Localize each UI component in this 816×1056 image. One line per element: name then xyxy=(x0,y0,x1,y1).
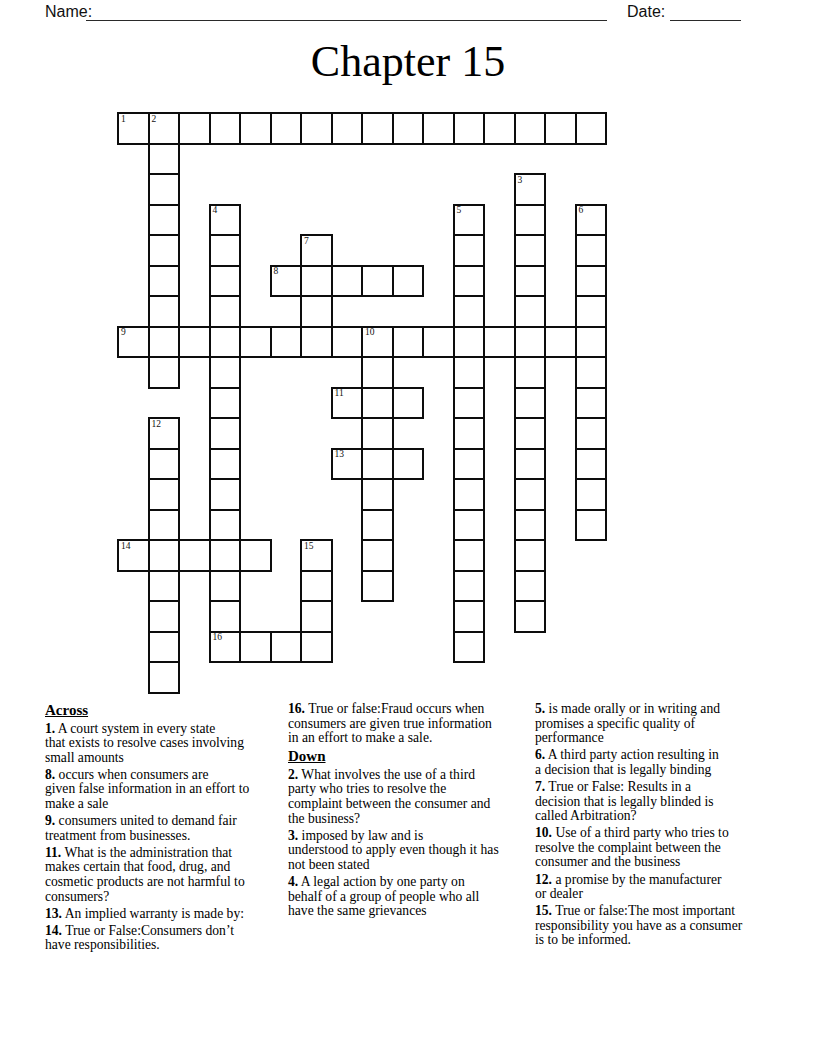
grid-cell-r15c11[interactable] xyxy=(453,570,486,603)
crossword-grid: 12345678910111213141516 xyxy=(117,112,606,692)
grid-cell-r9c13[interactable] xyxy=(514,387,547,420)
grid-cell-r10c11[interactable] xyxy=(453,417,486,450)
grid-cell-r0c9[interactable] xyxy=(392,112,425,145)
clue-number: 15. xyxy=(535,903,552,918)
grid-cell-r7c0[interactable]: 9 xyxy=(117,326,150,359)
grid-cell-r0c12[interactable] xyxy=(483,112,516,145)
clue-down-12: 12. a promise by the manufacturer or dea… xyxy=(535,873,787,902)
grid-cell-r3c13[interactable] xyxy=(514,204,547,237)
grid-cell-r2c1[interactable] xyxy=(148,173,181,206)
name-input-line[interactable] xyxy=(86,2,607,21)
grid-cell-r8c11[interactable] xyxy=(453,356,486,389)
clue-text: What is the administration that makes ce… xyxy=(45,845,245,904)
clue-text: Use of a third party who tries to resolv… xyxy=(535,825,729,869)
cell-number-3: 3 xyxy=(518,175,523,186)
grid-cell-r8c8[interactable] xyxy=(361,356,394,389)
grid-cell-r5c3[interactable] xyxy=(209,265,242,298)
grid-cell-r0c15[interactable] xyxy=(575,112,608,145)
grid-cell-r6c15[interactable] xyxy=(575,295,608,328)
grid-cell-r6c1[interactable] xyxy=(148,295,181,328)
date-input-line[interactable] xyxy=(670,2,741,21)
grid-cell-r15c13[interactable] xyxy=(514,570,547,603)
grid-cell-r13c1[interactable] xyxy=(148,509,181,542)
grid-cell-r17c1[interactable] xyxy=(148,631,181,664)
grid-cell-r5c5[interactable]: 8 xyxy=(270,265,303,298)
worksheet-page: Name: Date: Chapter 15 12345678910111213… xyxy=(0,0,816,1056)
grid-cell-r5c1[interactable] xyxy=(148,265,181,298)
grid-cell-r14c0[interactable]: 14 xyxy=(117,539,150,572)
grid-cell-r12c13[interactable] xyxy=(514,478,547,511)
clue-heading-across: Across xyxy=(45,702,297,718)
grid-cell-r10c15[interactable] xyxy=(575,417,608,450)
clue-number: 1. xyxy=(45,721,55,736)
grid-cell-r7c5[interactable] xyxy=(270,326,303,359)
grid-cell-r0c6[interactable] xyxy=(300,112,333,145)
grid-cell-r4c13[interactable] xyxy=(514,234,547,267)
clue-down-6: 6. A third party action resulting in a d… xyxy=(535,748,787,777)
grid-cell-r0c4[interactable] xyxy=(239,112,272,145)
grid-cell-r16c3[interactable] xyxy=(209,600,242,633)
grid-cell-r8c1[interactable] xyxy=(148,356,181,389)
clue-number: 6. xyxy=(535,747,545,762)
clue-text: A legal action by one party on behalf of… xyxy=(288,874,479,918)
grid-cell-r9c7[interactable]: 11 xyxy=(331,387,364,420)
grid-cell-r9c3[interactable] xyxy=(209,387,242,420)
grid-cell-r7c4[interactable] xyxy=(239,326,272,359)
clue-number: 7. xyxy=(535,779,545,794)
grid-cell-r7c12[interactable] xyxy=(483,326,516,359)
cell-number-11: 11 xyxy=(335,388,344,399)
cell-number-7: 7 xyxy=(304,236,309,247)
grid-cell-r5c9[interactable] xyxy=(392,265,425,298)
grid-cell-r16c1[interactable] xyxy=(148,600,181,633)
grid-cell-r4c6[interactable]: 7 xyxy=(300,234,333,267)
clue-across-13: 13. An implied warranty is made by: xyxy=(45,907,297,922)
grid-cell-r14c2[interactable] xyxy=(178,539,211,572)
grid-cell-r0c2[interactable] xyxy=(178,112,211,145)
clue-across-11: 11. What is the administration that make… xyxy=(45,846,297,904)
clue-number: 9. xyxy=(45,813,55,828)
grid-cell-r0c8[interactable] xyxy=(361,112,394,145)
clue-number: 8. xyxy=(45,767,55,782)
cell-number-8: 8 xyxy=(274,266,279,277)
cell-number-4: 4 xyxy=(213,205,218,216)
grid-cell-r0c10[interactable] xyxy=(422,112,455,145)
clue-across-1: 1. A court system in every state that ex… xyxy=(45,722,297,766)
grid-cell-r17c3[interactable]: 16 xyxy=(209,631,242,664)
grid-cell-r12c11[interactable] xyxy=(453,478,486,511)
grid-cell-r9c11[interactable] xyxy=(453,387,486,420)
grid-cell-r9c8[interactable] xyxy=(361,387,394,420)
grid-cell-r2c13[interactable]: 3 xyxy=(514,173,547,206)
clue-down-3: 3. imposed by law and is understood to a… xyxy=(288,829,540,873)
clue-down-2: 2. What involves the use of a third part… xyxy=(288,768,540,826)
grid-cell-r11c13[interactable] xyxy=(514,448,547,481)
grid-cell-r14c4[interactable] xyxy=(239,539,272,572)
clue-text: occurs when consumers are given false in… xyxy=(45,767,249,811)
clue-text: imposed by law and is understood to appl… xyxy=(288,828,499,872)
grid-cell-r6c13[interactable] xyxy=(514,295,547,328)
grid-cell-r7c1[interactable] xyxy=(148,326,181,359)
clue-down-10: 10. Use of a third party who tries to re… xyxy=(535,826,787,870)
clue-column-3: 5. is made orally or in writing and prom… xyxy=(535,702,787,951)
cell-number-1: 1 xyxy=(121,114,126,125)
grid-cell-r11c1[interactable] xyxy=(148,448,181,481)
clue-across-8: 8. occurs when consumers are given false… xyxy=(45,768,297,812)
grid-cell-r11c11[interactable] xyxy=(453,448,486,481)
grid-cell-r8c15[interactable] xyxy=(575,356,608,389)
grid-cell-r17c5[interactable] xyxy=(270,631,303,664)
clue-number: 14. xyxy=(45,923,62,938)
cell-number-16: 16 xyxy=(213,632,223,643)
grid-cell-r0c7[interactable] xyxy=(331,112,364,145)
grid-cell-r5c6[interactable] xyxy=(300,265,333,298)
grid-cell-r7c8[interactable]: 10 xyxy=(361,326,394,359)
clue-number: 2. xyxy=(288,767,298,782)
clue-text: What involves the use of a third party w… xyxy=(288,767,490,826)
grid-cell-r12c1[interactable] xyxy=(148,478,181,511)
grid-cell-r6c11[interactable] xyxy=(453,295,486,328)
grid-cell-r12c3[interactable] xyxy=(209,478,242,511)
grid-cell-r7c14[interactable] xyxy=(544,326,577,359)
grid-cell-r16c11[interactable] xyxy=(453,600,486,633)
date-label: Date: xyxy=(627,3,665,21)
grid-cell-r5c11[interactable] xyxy=(453,265,486,298)
grid-cell-r11c9[interactable] xyxy=(392,448,425,481)
grid-cell-r9c15[interactable] xyxy=(575,387,608,420)
grid-cell-r5c15[interactable] xyxy=(575,265,608,298)
cell-number-14: 14 xyxy=(121,541,131,552)
grid-cell-r0c0[interactable]: 1 xyxy=(117,112,150,145)
clue-down-4: 4. A legal action by one party on behalf… xyxy=(288,875,540,919)
clue-column-2: 16. True or false:Fraud occurs when cons… xyxy=(288,702,540,921)
grid-cell-r7c11[interactable] xyxy=(453,326,486,359)
grid-cell-r3c11[interactable]: 5 xyxy=(453,204,486,237)
clue-text: True or false:Fraud occurs when consumer… xyxy=(288,701,492,745)
grid-cell-r17c4[interactable] xyxy=(239,631,272,664)
grid-cell-r9c9[interactable] xyxy=(392,387,425,420)
grid-cell-r7c15[interactable] xyxy=(575,326,608,359)
grid-cell-r11c7[interactable]: 13 xyxy=(331,448,364,481)
clue-across-16: 16. True or false:Fraud occurs when cons… xyxy=(288,702,540,746)
grid-cell-r0c1[interactable]: 2 xyxy=(148,112,181,145)
clue-down-7: 7. True or False: Results in a decision … xyxy=(535,780,787,824)
clue-down-15: 15. True or false:The most important res… xyxy=(535,904,787,948)
grid-cell-r1c1[interactable] xyxy=(148,143,181,176)
cell-number-5: 5 xyxy=(457,205,462,216)
cell-number-6: 6 xyxy=(579,205,584,216)
grid-cell-r6c3[interactable] xyxy=(209,295,242,328)
grid-cell-r14c1[interactable] xyxy=(148,539,181,572)
grid-cell-r13c8[interactable] xyxy=(361,509,394,542)
grid-cell-r14c6[interactable]: 15 xyxy=(300,539,333,572)
clues-section: Across1. A court system in every state t… xyxy=(0,702,816,962)
clue-text: A court system in every state that exist… xyxy=(45,721,244,765)
grid-cell-r14c3[interactable] xyxy=(209,539,242,572)
grid-cell-r4c1[interactable] xyxy=(148,234,181,267)
clue-text: is made orally or in writing and promise… xyxy=(535,701,720,745)
grid-cell-r10c8[interactable] xyxy=(361,417,394,450)
grid-cell-r7c3[interactable] xyxy=(209,326,242,359)
grid-cell-r11c3[interactable] xyxy=(209,448,242,481)
cell-number-2: 2 xyxy=(152,114,157,125)
clue-text: True or False:Consumers don’t have respo… xyxy=(45,923,234,953)
grid-cell-r14c13[interactable] xyxy=(514,539,547,572)
cell-number-9: 9 xyxy=(121,327,126,338)
grid-cell-r7c7[interactable] xyxy=(331,326,364,359)
grid-cell-r5c7[interactable] xyxy=(331,265,364,298)
clue-text: True or False: Results in a decision tha… xyxy=(535,779,714,823)
grid-cell-r7c13[interactable] xyxy=(514,326,547,359)
grid-cell-r0c11[interactable] xyxy=(453,112,486,145)
clue-down-5: 5. is made orally or in writing and prom… xyxy=(535,702,787,746)
grid-cell-r13c13[interactable] xyxy=(514,509,547,542)
cell-number-10: 10 xyxy=(365,327,375,338)
grid-cell-r10c1[interactable]: 12 xyxy=(148,417,181,450)
grid-cell-r17c6[interactable] xyxy=(300,631,333,664)
grid-cell-r4c3[interactable] xyxy=(209,234,242,267)
clue-column-1: Across1. A court system in every state t… xyxy=(45,702,297,955)
grid-cell-r7c2[interactable] xyxy=(178,326,211,359)
cell-number-15: 15 xyxy=(304,541,314,552)
grid-cell-r10c3[interactable] xyxy=(209,417,242,450)
grid-cell-r0c13[interactable] xyxy=(514,112,547,145)
grid-cell-r14c8[interactable] xyxy=(361,539,394,572)
clue-number: 11. xyxy=(45,845,61,860)
grid-cell-r0c14[interactable] xyxy=(544,112,577,145)
grid-cell-r6c6[interactable] xyxy=(300,295,333,328)
grid-cell-r0c5[interactable] xyxy=(270,112,303,145)
grid-cell-r15c1[interactable] xyxy=(148,570,181,603)
grid-cell-r11c15[interactable] xyxy=(575,448,608,481)
grid-cell-r14c11[interactable] xyxy=(453,539,486,572)
grid-cell-r11c8[interactable] xyxy=(361,448,394,481)
clue-number: 13. xyxy=(45,906,62,921)
grid-cell-r13c15[interactable] xyxy=(575,509,608,542)
clue-text: A third party action resulting in a deci… xyxy=(535,747,719,777)
grid-cell-r3c3[interactable]: 4 xyxy=(209,204,242,237)
grid-cell-r7c9[interactable] xyxy=(392,326,425,359)
grid-cell-r8c13[interactable] xyxy=(514,356,547,389)
grid-cell-r7c6[interactable] xyxy=(300,326,333,359)
grid-cell-r5c13[interactable] xyxy=(514,265,547,298)
clue-text: a promise by the manufacturer or dealer xyxy=(535,872,721,902)
clue-text: consumers united to demand fair treatmen… xyxy=(45,813,237,843)
clue-number: 16. xyxy=(288,701,305,716)
clue-number: 12. xyxy=(535,872,552,887)
clue-across-14: 14. True or False:Consumers don’t have r… xyxy=(45,924,297,953)
grid-cell-r12c8[interactable] xyxy=(361,478,394,511)
cell-number-12: 12 xyxy=(152,419,162,430)
clue-heading-down: Down xyxy=(288,748,540,764)
grid-cell-r16c13[interactable] xyxy=(514,600,547,633)
clue-text: An implied warranty is made by: xyxy=(62,906,244,921)
grid-cell-r0c3[interactable] xyxy=(209,112,242,145)
clue-number: 3. xyxy=(288,828,298,843)
grid-cell-r8c3[interactable] xyxy=(209,356,242,389)
cell-number-13: 13 xyxy=(335,449,345,460)
grid-cell-r13c11[interactable] xyxy=(453,509,486,542)
clue-number: 10. xyxy=(535,825,552,840)
grid-cell-r3c15[interactable]: 6 xyxy=(575,204,608,237)
grid-cell-r4c15[interactable] xyxy=(575,234,608,267)
grid-cell-r10c13[interactable] xyxy=(514,417,547,450)
clue-number: 5. xyxy=(535,701,545,716)
grid-cell-r7c10[interactable] xyxy=(422,326,455,359)
grid-cell-r12c15[interactable] xyxy=(575,478,608,511)
grid-cell-r13c3[interactable] xyxy=(209,509,242,542)
grid-cell-r18c1[interactable] xyxy=(148,661,181,694)
grid-cell-r5c8[interactable] xyxy=(361,265,394,298)
grid-cell-r15c6[interactable] xyxy=(300,570,333,603)
grid-cell-r3c1[interactable] xyxy=(148,204,181,237)
grid-cell-r15c3[interactable] xyxy=(209,570,242,603)
clue-text: True or false:The most important respons… xyxy=(535,903,742,947)
grid-cell-r17c11[interactable] xyxy=(453,631,486,664)
clue-number: 4. xyxy=(288,874,298,889)
page-title: Chapter 15 xyxy=(0,38,816,86)
grid-cell-r4c11[interactable] xyxy=(453,234,486,267)
clue-across-9: 9. consumers united to demand fair treat… xyxy=(45,814,297,843)
grid-cell-r15c8[interactable] xyxy=(361,570,394,603)
grid-cell-r16c6[interactable] xyxy=(300,600,333,633)
